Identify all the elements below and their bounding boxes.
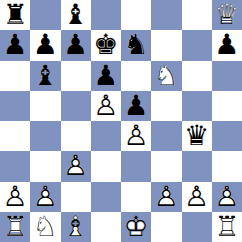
- square-h8[interactable]: ♛♕: [212, 0, 242, 30]
- white-pawn-icon: ♙: [151, 182, 181, 212]
- white-bishop-icon: ♗: [61, 212, 91, 242]
- piece-fill-layer: ♗: [61, 0, 91, 30]
- piece-fill-layer: ♙: [91, 61, 121, 91]
- white-pawn-icon: ♙: [61, 151, 91, 181]
- square-e7[interactable]: ♘♞: [121, 30, 151, 60]
- square-e8[interactable]: [121, 0, 151, 30]
- black-pawn-icon: ♟: [121, 91, 151, 121]
- square-g3[interactable]: [182, 151, 212, 181]
- square-h5[interactable]: [212, 91, 242, 121]
- piece-fill-layer: ♟: [151, 182, 181, 212]
- square-e2[interactable]: [121, 182, 151, 212]
- piece-fill-layer: ♜: [0, 212, 30, 242]
- white-pawn-icon: ♙: [212, 182, 242, 212]
- square-h3[interactable]: [212, 151, 242, 181]
- square-a1[interactable]: ♜♖: [0, 212, 30, 242]
- white-king-icon: ♔: [121, 212, 151, 242]
- square-d4[interactable]: [91, 121, 121, 151]
- black-pawn-icon: ♟: [212, 30, 242, 60]
- square-h1[interactable]: ♜♖: [212, 212, 242, 242]
- square-b1[interactable]: ♞♘: [30, 212, 60, 242]
- white-rook-icon: ♖: [0, 212, 30, 242]
- piece-fill-layer: ♟: [91, 91, 121, 121]
- square-d1[interactable]: [91, 212, 121, 242]
- square-b5[interactable]: [30, 91, 60, 121]
- white-queen-icon: ♕: [212, 0, 242, 30]
- piece-fill-layer: ♙: [30, 30, 60, 60]
- square-h6[interactable]: [212, 61, 242, 91]
- piece-fill-layer: ♟: [182, 182, 212, 212]
- piece-fill-layer: ♞: [30, 212, 60, 242]
- square-g6[interactable]: [182, 61, 212, 91]
- square-e5[interactable]: ♙♟: [121, 91, 151, 121]
- piece-fill-layer: ♜: [212, 212, 242, 242]
- piece-fill-layer: ♞: [151, 61, 181, 91]
- white-knight-icon: ♘: [30, 212, 60, 242]
- piece-fill-layer: ♟: [121, 121, 151, 151]
- square-a8[interactable]: ♖♜: [0, 0, 30, 30]
- square-d2[interactable]: [91, 182, 121, 212]
- square-a7[interactable]: ♙♟: [0, 30, 30, 60]
- piece-fill-layer: ♟: [212, 182, 242, 212]
- square-e1[interactable]: ♚♔: [121, 212, 151, 242]
- white-pawn-icon: ♙: [121, 121, 151, 151]
- square-a5[interactable]: [0, 91, 30, 121]
- piece-fill-layer: ♝: [61, 212, 91, 242]
- white-pawn-icon: ♙: [30, 182, 60, 212]
- square-c5[interactable]: [61, 91, 91, 121]
- square-b3[interactable]: [30, 151, 60, 181]
- square-h4[interactable]: [212, 121, 242, 151]
- white-knight-icon: ♘: [151, 61, 181, 91]
- piece-fill-layer: ♖: [0, 0, 30, 30]
- black-knight-icon: ♞: [121, 30, 151, 60]
- square-f4[interactable]: [151, 121, 181, 151]
- square-f7[interactable]: [151, 30, 181, 60]
- black-pawn-icon: ♟: [30, 30, 60, 60]
- square-f2[interactable]: ♟♙: [151, 182, 181, 212]
- square-d3[interactable]: [91, 151, 121, 181]
- square-e6[interactable]: [121, 61, 151, 91]
- piece-fill-layer: ♟: [30, 182, 60, 212]
- square-c1[interactable]: ♝♗: [61, 212, 91, 242]
- white-pawn-icon: ♙: [182, 182, 212, 212]
- square-f3[interactable]: [151, 151, 181, 181]
- square-g4[interactable]: ♕♛: [182, 121, 212, 151]
- piece-fill-layer: ♔: [91, 30, 121, 60]
- square-d7[interactable]: ♔♚: [91, 30, 121, 60]
- square-e4[interactable]: ♟♙: [121, 121, 151, 151]
- square-a6[interactable]: [0, 61, 30, 91]
- square-c4[interactable]: [61, 121, 91, 151]
- square-g7[interactable]: [182, 30, 212, 60]
- square-c3[interactable]: ♟♙: [61, 151, 91, 181]
- chess-board: ♖♜♗♝♛♕♙♟♙♟♙♟♔♚♘♞♙♟♗♝♙♟♞♘♟♙♙♟♟♙♕♛♟♙♟♙♟♙♟♙…: [0, 0, 242, 242]
- black-pawn-icon: ♟: [61, 30, 91, 60]
- piece-fill-layer: ♟: [0, 182, 30, 212]
- piece-fill-layer: ♚: [121, 212, 151, 242]
- square-d8[interactable]: [91, 0, 121, 30]
- piece-fill-layer: ♙: [61, 30, 91, 60]
- square-a2[interactable]: ♟♙: [0, 182, 30, 212]
- square-g2[interactable]: ♟♙: [182, 182, 212, 212]
- piece-fill-layer: ♗: [30, 61, 60, 91]
- square-b7[interactable]: ♙♟: [30, 30, 60, 60]
- piece-fill-layer: ♙: [121, 91, 151, 121]
- square-a4[interactable]: [0, 121, 30, 151]
- piece-fill-layer: ♟: [61, 151, 91, 181]
- piece-fill-layer: ♕: [182, 121, 212, 151]
- square-h7[interactable]: ♙♟: [212, 30, 242, 60]
- black-king-icon: ♚: [91, 30, 121, 60]
- square-f5[interactable]: [151, 91, 181, 121]
- black-pawn-icon: ♟: [91, 61, 121, 91]
- white-pawn-icon: ♙: [91, 91, 121, 121]
- square-f8[interactable]: [151, 0, 181, 30]
- square-g1[interactable]: [182, 212, 212, 242]
- piece-fill-layer: ♙: [212, 30, 242, 60]
- square-e3[interactable]: [121, 151, 151, 181]
- square-c8[interactable]: ♗♝: [61, 0, 91, 30]
- black-bishop-icon: ♝: [30, 61, 60, 91]
- piece-fill-layer: ♘: [121, 30, 151, 60]
- black-queen-icon: ♛: [182, 121, 212, 151]
- square-b4[interactable]: [30, 121, 60, 151]
- square-h2[interactable]: ♟♙: [212, 182, 242, 212]
- square-c6[interactable]: [61, 61, 91, 91]
- black-pawn-icon: ♟: [0, 30, 30, 60]
- square-g5[interactable]: [182, 91, 212, 121]
- square-f6[interactable]: ♞♘: [151, 61, 181, 91]
- white-pawn-icon: ♙: [0, 182, 30, 212]
- piece-fill-layer: ♛: [212, 0, 242, 30]
- square-b2[interactable]: ♟♙: [30, 182, 60, 212]
- square-c2[interactable]: [61, 182, 91, 212]
- square-d6[interactable]: ♙♟: [91, 61, 121, 91]
- square-b6[interactable]: ♗♝: [30, 61, 60, 91]
- black-bishop-icon: ♝: [61, 0, 91, 30]
- square-f1[interactable]: [151, 212, 181, 242]
- square-b8[interactable]: [30, 0, 60, 30]
- square-a3[interactable]: [0, 151, 30, 181]
- square-g8[interactable]: [182, 0, 212, 30]
- white-rook-icon: ♖: [212, 212, 242, 242]
- piece-fill-layer: ♙: [0, 30, 30, 60]
- black-rook-icon: ♜: [0, 0, 30, 30]
- square-c7[interactable]: ♙♟: [61, 30, 91, 60]
- square-d5[interactable]: ♟♙: [91, 91, 121, 121]
